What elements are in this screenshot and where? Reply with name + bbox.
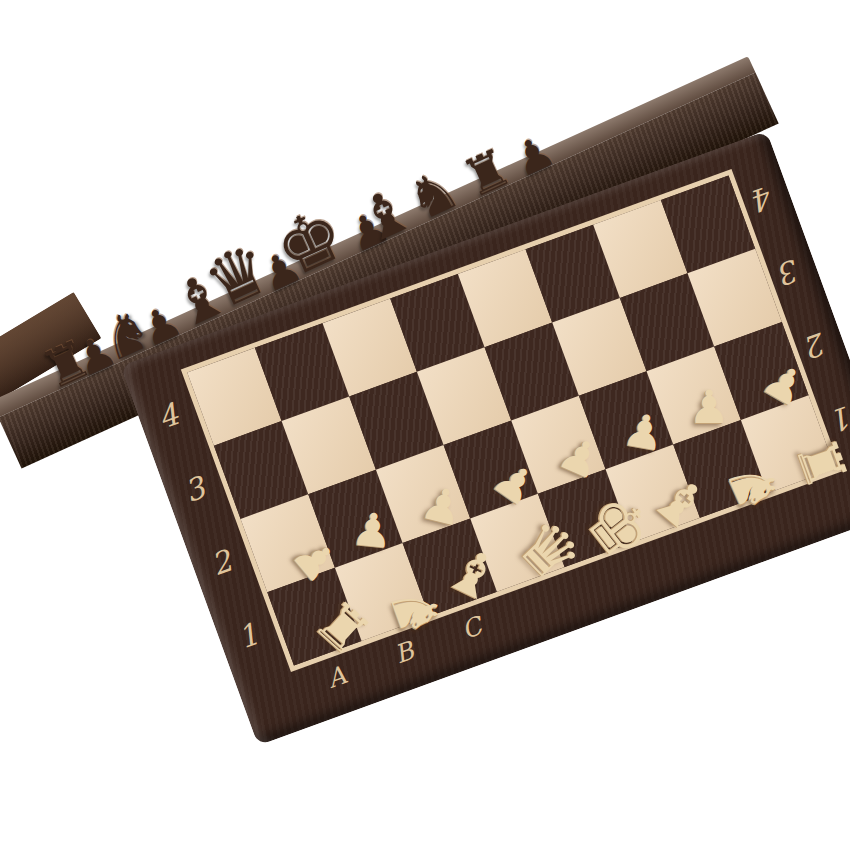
rank-label-left-3: 3 [171, 469, 219, 511]
white-pawn-g2[interactable]: ♟ [688, 384, 729, 430]
rank-label-left-2: 2 [198, 542, 246, 584]
file-label-A: A [318, 660, 355, 694]
rank-label-left-4: 4 [144, 396, 192, 438]
rank-label-right-2: 2 [793, 323, 841, 365]
rank-label-right-3: 3 [766, 250, 814, 292]
white-pawn-b2[interactable]: ♟ [350, 505, 396, 555]
file-label-C: C [453, 611, 490, 645]
white-pawn-f2[interactable]: ♟ [620, 406, 669, 458]
rank-label-right-4: 4 [739, 177, 787, 219]
rank-label-left-1: 1 [224, 616, 272, 658]
photo-canvas: ♜♟♞♟♝♛♟♚♟♝♞♜♟ ♟♟♟♟♟♟♟♟♜♞♝♛♚♝♞♜ 43214321A… [0, 0, 850, 850]
file-label-B: B [386, 636, 423, 670]
